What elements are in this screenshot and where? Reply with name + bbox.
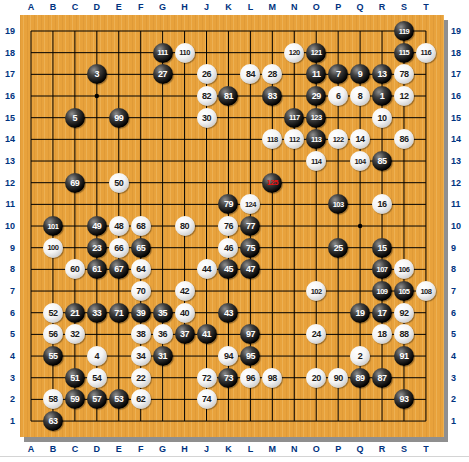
row-label-left-9: 9 [0,242,15,254]
row-label-left-10: 10 [0,220,15,232]
move-number: 97 [246,329,255,339]
move-number: 58 [48,394,57,404]
move-number: 72 [202,373,211,383]
stone-white-72: 72 [197,368,217,388]
move-number: 39 [136,308,145,318]
move-number: 88 [399,329,408,339]
row-label-right-15: 15 [451,112,461,124]
stone-black-111: 111 [153,43,173,63]
stone-black-23: 23 [87,238,107,258]
move-number: 98 [268,373,277,383]
column-label-top-G: G [159,1,166,13]
move-number: 57 [92,394,101,404]
column-label-bottom-O: O [313,443,320,455]
move-number: 10 [378,113,387,123]
stone-black-123: 123 [306,108,326,128]
stone-black-55: 55 [43,346,63,366]
stone-white-48: 48 [109,216,129,236]
move-number: 51 [70,373,79,383]
move-number: 108 [420,287,431,296]
star-point [358,224,362,228]
row-label-right-18: 18 [451,47,461,59]
move-number: 22 [136,373,145,383]
move-number: 34 [136,351,145,361]
stone-black-85: 85 [372,151,392,171]
column-label-bottom-P: P [335,443,341,455]
move-number: 23 [92,243,101,253]
row-label-left-7: 7 [0,285,15,297]
stone-black-37: 37 [175,324,195,344]
stone-black-75: 75 [240,238,260,258]
row-label-right-14: 14 [451,133,461,145]
move-number: 84 [246,69,255,79]
column-label-top-H: H [181,1,188,13]
column-label-bottom-B: B [50,443,57,455]
move-number: 65 [136,243,145,253]
column-label-top-K: K [225,1,232,13]
move-number: 31 [158,351,167,361]
column-label-top-A: A [28,1,35,13]
move-number: 125 [267,178,278,187]
move-number: 45 [224,264,233,274]
stone-black-39: 39 [131,303,151,323]
move-number: 86 [399,134,408,144]
move-number: 36 [158,329,167,339]
move-number: 105 [398,287,409,296]
stone-white-64: 64 [131,259,151,279]
move-number: 50 [114,178,123,188]
stone-black-51: 51 [65,368,85,388]
star-point [95,94,99,98]
column-label-top-J: J [204,1,209,13]
stone-black-35: 35 [153,303,173,323]
move-number: 67 [114,264,123,274]
column-label-top-N: N [291,1,298,13]
move-number: 41 [202,329,211,339]
move-number: 17 [378,308,387,318]
move-number: 73 [224,373,233,383]
row-label-left-18: 18 [0,47,15,59]
move-number: 33 [92,308,101,318]
row-label-left-19: 19 [0,25,15,37]
row-label-left-3: 3 [0,372,15,384]
column-label-bottom-T: T [423,443,429,455]
move-number: 80 [180,221,189,231]
move-number: 112 [289,135,300,144]
move-number: 87 [378,373,387,383]
move-number: 115 [399,48,410,57]
column-label-top-M: M [269,1,277,13]
move-number: 5 [73,113,78,123]
column-label-bottom-N: N [291,443,298,455]
stone-black-1: 1 [372,86,392,106]
move-number: 19 [356,308,365,318]
move-number: 64 [136,264,145,274]
stone-white-38: 38 [131,324,151,344]
move-number: 101 [47,222,58,231]
stone-white-54: 54 [87,368,107,388]
move-number: 104 [355,157,366,166]
stone-white-12: 12 [394,86,414,106]
stone-white-116: 116 [416,43,436,63]
column-label-top-R: R [379,1,386,13]
row-label-right-1: 1 [451,415,456,427]
move-number: 110 [179,48,190,57]
move-number: 21 [70,308,79,318]
row-label-left-13: 13 [0,155,15,167]
stone-white-100: 100 [43,238,63,258]
column-label-bottom-C: C [72,443,79,455]
move-number: 78 [399,69,408,79]
move-number: 12 [399,91,408,101]
stone-black-99: 99 [109,108,129,128]
move-number: 32 [70,329,79,339]
row-label-left-5: 5 [0,328,15,340]
move-number: 94 [224,351,233,361]
column-label-bottom-G: G [159,443,166,455]
column-label-top-D: D [94,1,101,13]
move-number: 56 [48,329,57,339]
move-number: 3 [95,69,100,79]
stone-white-50: 50 [109,173,129,193]
move-number: 69 [70,178,79,188]
move-number: 48 [114,221,123,231]
column-label-top-Q: Q [357,1,364,13]
stone-white-40: 40 [175,303,195,323]
move-number: 61 [92,264,101,274]
stone-black-105: 105 [394,281,414,301]
move-number: 13 [378,69,387,79]
column-label-bottom-Q: Q [357,443,364,455]
stone-black-49: 49 [87,216,107,236]
stone-black-5: 5 [65,108,85,128]
move-number: 120 [289,48,300,57]
stone-black-63: 63 [43,411,63,431]
row-label-right-9: 9 [451,242,456,254]
move-number: 107 [377,265,388,274]
stone-white-80: 80 [175,216,195,236]
stone-black-15: 15 [372,238,392,258]
stone-black-109: 109 [372,281,392,301]
move-number: 81 [224,91,233,101]
stone-white-96: 96 [240,368,260,388]
stone-black-115: 115 [394,43,414,63]
move-number: 93 [399,394,408,404]
move-number: 75 [246,243,255,253]
stone-black-71: 71 [109,303,129,323]
stone-black-117: 117 [284,108,304,128]
stone-white-110: 110 [175,43,195,63]
stone-black-33: 33 [87,303,107,323]
stone-black-91: 91 [394,346,414,366]
move-number: 27 [158,69,167,79]
stone-white-36: 36 [153,324,173,344]
stone-black-19: 19 [350,303,370,323]
move-number: 18 [378,329,387,339]
move-number: 44 [202,264,211,274]
move-number: 7 [336,69,341,79]
row-label-right-3: 3 [451,372,456,384]
row-label-right-7: 7 [451,285,456,297]
row-label-right-19: 19 [451,25,461,37]
move-number: 14 [356,134,365,144]
stone-white-68: 68 [131,216,151,236]
move-number: 85 [378,156,387,166]
stone-black-27: 27 [153,64,173,84]
move-number: 70 [136,286,145,296]
stone-white-108: 108 [416,281,436,301]
stone-black-65: 65 [131,238,151,258]
move-number: 62 [136,394,145,404]
column-label-top-T: T [423,1,429,13]
app-window: 1234567891011121314151617181920212223242… [0,0,469,462]
stone-white-44: 44 [197,259,217,279]
move-number: 6 [336,91,341,101]
stone-white-42: 42 [175,281,195,301]
row-label-left-12: 12 [0,177,15,189]
column-label-bottom-A: A [28,443,35,455]
stone-white-120: 120 [284,43,304,63]
row-label-right-4: 4 [451,350,456,362]
stone-white-52: 52 [43,303,63,323]
row-label-right-13: 13 [451,155,461,167]
row-label-right-11: 11 [451,198,461,210]
go-board[interactable]: 1234567891011121314151617181920212223242… [20,15,444,437]
stone-white-92: 92 [394,303,414,323]
move-number: 29 [312,91,321,101]
row-label-right-2: 2 [451,393,456,405]
row-label-left-17: 17 [0,68,15,80]
move-number: 38 [136,329,145,339]
row-label-right-12: 12 [451,177,461,189]
stone-black-41: 41 [197,324,217,344]
move-number: 24 [312,329,321,339]
move-number: 103 [333,200,344,209]
move-number: 63 [48,416,57,426]
column-label-top-O: O [313,1,320,13]
move-number: 53 [114,394,123,404]
stone-black-121: 121 [306,43,326,63]
move-number: 60 [70,264,79,274]
column-label-top-P: P [335,1,341,13]
move-number: 111 [158,48,168,57]
column-label-top-F: F [138,1,144,13]
move-number: 15 [378,243,387,253]
stone-white-20: 20 [306,368,326,388]
column-label-bottom-H: H [181,443,188,455]
stone-white-10: 10 [372,108,392,128]
move-number: 16 [378,199,387,209]
move-number: 37 [180,329,189,339]
move-number: 1 [380,91,385,101]
move-number: 11 [312,69,321,79]
move-number: 82 [202,91,211,101]
move-number: 8 [358,91,363,101]
stone-white-62: 62 [131,389,151,409]
move-number: 9 [358,69,363,79]
stone-black-125: 125 [262,173,282,193]
stone-white-30: 30 [197,108,217,128]
move-number: 55 [48,351,57,361]
move-number: 95 [246,351,255,361]
stone-white-82: 82 [197,86,217,106]
column-label-top-L: L [248,1,254,13]
move-number: 68 [136,221,145,231]
move-number: 99 [114,113,123,123]
move-number: 90 [334,373,343,383]
column-label-bottom-E: E [116,443,122,455]
move-number: 79 [224,199,233,209]
column-label-top-E: E [116,1,122,13]
row-label-left-8: 8 [0,263,15,275]
move-number: 66 [114,243,123,253]
stone-black-67: 67 [109,259,129,279]
move-number: 83 [268,91,277,101]
move-number: 109 [377,287,388,296]
move-number: 43 [224,308,233,318]
column-label-bottom-L: L [248,443,254,455]
column-label-bottom-F: F [138,443,144,455]
stone-white-4: 4 [87,346,107,366]
move-number: 118 [267,135,278,144]
stone-black-69: 69 [65,173,85,193]
move-number: 2 [358,351,363,361]
move-number: 59 [70,394,79,404]
row-label-right-10: 10 [451,220,461,232]
row-label-right-17: 17 [451,68,461,80]
move-number: 76 [224,221,233,231]
move-number: 77 [246,221,255,231]
row-label-left-16: 16 [0,90,15,102]
column-label-top-C: C [72,1,79,13]
stone-white-74: 74 [197,389,217,409]
stone-white-8: 8 [350,86,370,106]
move-number: 46 [224,243,233,253]
move-number: 71 [114,308,123,318]
move-number: 47 [246,264,255,274]
stone-black-101: 101 [43,216,63,236]
move-number: 113 [311,135,322,144]
move-number: 116 [421,48,432,57]
row-label-right-6: 6 [451,307,456,319]
row-label-left-14: 14 [0,133,15,145]
stone-white-104: 104 [350,151,370,171]
stone-black-119: 119 [394,21,414,41]
move-number: 122 [333,135,344,144]
move-number: 96 [246,373,255,383]
stone-white-26: 26 [197,64,217,84]
column-label-bottom-J: J [204,443,209,455]
row-label-right-8: 8 [451,263,456,275]
stone-black-17: 17 [372,303,392,323]
stone-white-70: 70 [131,281,151,301]
move-number: 91 [399,351,408,361]
move-number: 26 [202,69,211,79]
move-number: 20 [312,373,321,383]
column-label-bottom-D: D [94,443,101,455]
column-label-top-S: S [401,1,407,13]
stone-black-89: 89 [350,368,370,388]
stone-white-66: 66 [109,238,129,258]
row-label-left-15: 15 [0,112,15,124]
move-number: 54 [92,373,101,383]
move-number: 123 [311,113,322,122]
stone-white-34: 34 [131,346,151,366]
row-label-right-16: 16 [451,90,461,102]
move-number: 25 [334,243,343,253]
move-number: 121 [311,48,322,57]
row-label-left-2: 2 [0,393,15,405]
column-label-bottom-K: K [225,443,232,455]
row-label-left-1: 1 [0,415,15,427]
move-number: 49 [92,221,101,231]
row-label-left-4: 4 [0,350,15,362]
stone-black-25: 25 [328,238,348,258]
move-number: 89 [356,373,365,383]
stone-white-22: 22 [131,368,151,388]
window-border [0,456,469,457]
move-number: 119 [399,27,410,36]
column-label-bottom-R: R [379,443,386,455]
move-number: 4 [95,351,100,361]
move-number: 117 [289,113,300,122]
column-label-bottom-M: M [269,443,277,455]
move-number: 124 [245,200,256,209]
move-number: 106 [398,265,409,274]
move-number: 30 [202,113,211,123]
move-number: 42 [180,286,189,296]
stone-white-90: 90 [328,368,348,388]
move-number: 100 [47,243,58,252]
move-number: 28 [268,69,277,79]
move-number: 102 [311,287,322,296]
stone-black-53: 53 [109,389,129,409]
stone-black-21: 21 [65,303,85,323]
move-number: 35 [158,308,167,318]
move-number: 92 [399,308,408,318]
column-label-bottom-S: S [401,443,407,455]
row-label-left-6: 6 [0,307,15,319]
row-label-right-5: 5 [451,328,456,340]
move-number: 52 [48,308,57,318]
move-number: 114 [311,157,322,166]
stone-white-98: 98 [262,368,282,388]
row-label-left-11: 11 [0,198,15,210]
column-label-top-B: B [50,1,57,13]
stone-white-2: 2 [350,346,370,366]
move-number: 40 [180,308,189,318]
stone-black-31: 31 [153,346,173,366]
stone-black-87: 87 [372,368,392,388]
move-number: 74 [202,394,211,404]
